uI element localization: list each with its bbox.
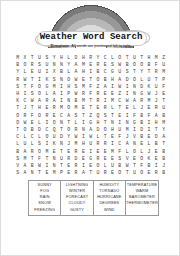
grid-cell: T [87,97,94,104]
grid-cell: E [80,147,87,154]
grid-cell: C [29,133,36,140]
grid-cell: G [87,119,94,126]
grid-cell: O [65,126,72,133]
grid-cell: C [21,97,28,104]
grid-cell: S [36,61,43,68]
grid-cell: O [36,112,43,119]
grid-cell: E [65,162,72,169]
grid-cell: I [21,90,28,97]
grid-cell: A [65,112,72,119]
grid-cell: L [65,54,72,61]
grid-cell: F [131,112,138,119]
grid-cell: U [153,83,160,90]
grid-cell: R [72,126,79,133]
grid-cell: N [29,169,36,176]
grid-cell: I [109,83,116,90]
word-bank-column: HUMIDITYTORNADOHURRICANEDEGREESWIND [93,181,125,215]
grid-cell: J [123,133,130,140]
grid-cell: T [14,104,21,111]
grid-cell: T [14,126,21,133]
grid-cell: F [116,133,123,140]
grid-cell: M [153,54,160,61]
grid-cell: A [131,97,138,104]
grid-cell: E [123,104,130,111]
grid-cell: F [87,83,94,90]
grid-cell: C [43,126,50,133]
grid-cell: I [123,112,130,119]
grid-cell: M [80,83,87,90]
grid-cell: R [72,147,79,154]
grid-cell: Z [87,112,94,119]
grid-cell: C [58,112,65,119]
grid-cell: A [102,83,109,90]
grid-cell: L [14,140,21,147]
grid-cell: R [94,155,101,162]
grid-cell: L [29,140,36,147]
grid-cell: V [123,155,130,162]
grid-cell: W [72,133,79,140]
grid-cell: E [65,147,72,154]
grid-cell: E [87,61,94,68]
grid-cell: O [94,162,101,169]
grid-cell: O [65,104,72,111]
grid-cell: E [109,133,116,140]
grid-cell: L [109,54,116,61]
grid-cell: G [109,68,116,75]
grid-cell: E [102,90,109,97]
grid-cell: H [145,54,152,61]
grid-cell: U [94,169,101,176]
grid-cell: W [29,97,36,104]
grid-cell: O [14,112,21,119]
grid-cell: L [36,119,43,126]
wordsearch-grid: MXTUSYHLDHRYCLOTUTHMZBORSUNNYAMERESWBOOB… [14,54,167,176]
grid-cell: O [21,126,28,133]
grid-cell: R [14,76,21,83]
grid-cell: T [43,155,50,162]
grid-cell: R [65,155,72,162]
grid-cell: I [87,147,94,154]
grid-cell: T [131,162,138,169]
grid-cell: R [138,97,145,104]
grid-cell: M [43,147,50,154]
grid-cell: W [36,162,43,169]
grid-cell: E [94,147,101,154]
grid-cell: J [138,104,145,111]
grid-cell: M [145,97,152,104]
grid-cell: R [94,97,101,104]
grid-cell: L [21,133,28,140]
grid-cell: H [14,90,21,97]
grid-cell: I [58,97,65,104]
grid-cell: M [72,104,79,111]
grid-cell: E [102,155,109,162]
grid-cell: J [153,97,160,104]
grid-cell: E [94,104,101,111]
grid-cell: E [29,119,36,126]
grid-cell: A [123,140,130,147]
grid-cell: E [80,104,87,111]
grid-cell: E [145,133,152,140]
grid-cell: E [160,90,167,97]
grid-cell: D [72,155,79,162]
grid-cell: T [65,119,72,126]
grid-cell: K [145,83,152,90]
grid-cell: B [29,126,36,133]
grid-cell: P [65,90,72,97]
grid-cell: Z [116,90,123,97]
grid-cell: U [145,76,152,83]
grid-cell: T [160,140,167,147]
grid-cell: F [116,147,123,154]
grid-cell: H [80,54,87,61]
grid-cell: E [87,162,94,169]
grid-cell: N [131,83,138,90]
grid-cell: S [14,155,21,162]
grid-cell: T [58,162,65,169]
grid-cell: O [138,155,145,162]
grid-cell: A [21,169,28,176]
grid-cell: I [145,119,152,126]
grid-cell: I [80,133,87,140]
grid-cell: W [145,90,152,97]
grid-cell: O [43,133,50,140]
grid-cell: J [160,162,167,169]
grid-cell: M [123,126,130,133]
grid-cell: O [116,54,123,61]
grid-cell: T [87,104,94,111]
grid-cell: J [21,104,28,111]
grid-cell: H [36,104,43,111]
grid-cell: D [94,126,101,133]
grid-cell: N [123,119,130,126]
grid-cell: R [72,162,79,169]
worksheet-page: Weather Word Search Directions: All word… [0,0,180,256]
grid-cell: B [123,61,130,68]
grid-cell: L [65,68,72,75]
word-bank-word: LIGHTNING [66,184,88,188]
grid-cell: R [153,169,160,176]
directions-text: All words are positioned left to right. [70,44,131,48]
word-bank-column: LIGHTNINGWINTERFORECASTCLOUDYGUSTY [60,181,92,215]
grid-cell: O [36,83,43,90]
grid-cell: U [116,126,123,133]
grid-cell: O [50,119,57,126]
grid-cell: G [87,155,94,162]
word-bank-word: FOG [40,190,49,194]
grid-cell: O [94,76,101,83]
grid-cell: B [160,169,167,176]
grid-cell: O [36,90,43,97]
grid-cell: E [80,155,87,162]
grid-cell: H [109,76,116,83]
grid-cell: M [160,119,167,126]
grid-cell: W [72,90,79,97]
grid-cell: Y [160,126,167,133]
grid-cell: K [43,76,50,83]
word-bank-word: FORECAST [66,196,88,200]
grid-cell: N [65,97,72,104]
grid-cell: I [43,140,50,147]
grid-cell: R [102,169,109,176]
grid-cell: M [50,83,57,90]
grid-cell: S [123,68,130,75]
grid-cell: B [116,162,123,169]
grid-cell: T [58,126,65,133]
grid-cell: O [36,147,43,154]
grid-cell: I [123,90,130,97]
grid-cell: B [160,112,167,119]
grid-cell: L [109,104,116,111]
grid-cell: U [160,104,167,111]
grid-cell: U [131,169,138,176]
grid-cell: S [43,54,50,61]
grid-cell: A [50,97,57,104]
grid-cell: N [58,76,65,83]
grid-cell: E [116,112,123,119]
grid-cell: E [80,76,87,83]
grid-cell: U [160,61,167,68]
grid-cell: O [131,76,138,83]
grid-cell: W [123,162,130,169]
grid-cell: F [145,112,152,119]
grid-cell: I [87,68,94,75]
grid-cell: I [36,76,43,83]
grid-cell: N [58,119,65,126]
grid-cell: Z [94,83,101,90]
grid-cell: U [131,54,138,61]
grid-cell: B [94,68,101,75]
grid-cell: L [43,90,50,97]
grid-cell: E [43,169,50,176]
grid-cell: S [50,76,57,83]
grid-cell: T [123,54,130,61]
grid-cell: I [58,90,65,97]
word-bank-word: SUNNY [38,184,52,188]
grid-cell: W [87,133,94,140]
grid-cell: B [14,61,21,68]
grid-cell: T [153,76,160,83]
grid-cell: R [94,90,101,97]
grid-cell: F [36,155,43,162]
grid-cell: K [14,97,21,104]
grid-cell: N [50,61,57,68]
grid-cell: I [116,119,123,126]
grid-cell: I [43,68,50,75]
grid-cell: F [29,83,36,90]
grid-cell: U [43,61,50,68]
word-bank-word: WARM [136,190,149,194]
grid-cell: W [21,76,28,83]
grid-cell: T [87,169,94,176]
grid-cell: B [145,61,152,68]
word-bank-word: TEMPERATURE [127,184,158,188]
grid-cell: L [138,76,145,83]
grid-cell: H [58,54,65,61]
word-bank-word: FREEZING [34,209,55,213]
grid-cell: A [116,76,123,83]
grid-cell: S [36,140,43,147]
grid-cell: B [14,147,21,154]
grid-cell: U [50,133,57,140]
grid-cell: T [138,54,145,61]
word-bank-word: HUMIDITY [99,184,119,188]
word-bank-word: WINTER [69,190,85,194]
grid-cell: O [65,76,72,83]
grid-cell: P [160,76,167,83]
grid-cell: L [21,68,28,75]
grid-cell: O [131,61,138,68]
grid-cell: U [109,162,116,169]
grid-cell: E [109,90,116,97]
grid-cell: B [145,162,152,169]
word-bank-word: SNOW [38,202,51,206]
grid-cell: Y [14,68,21,75]
grid-cell: L [138,147,145,154]
grid-cell: K [145,155,152,162]
grid-cell: U [87,140,94,147]
grid-cell: T [29,155,36,162]
grid-cell: B [58,68,65,75]
grid-cell: M [21,155,28,162]
grid-cell: U [58,155,65,162]
grid-cell: G [138,90,145,97]
grid-cell: X [21,54,28,61]
word-bank-word: TORNADO [99,190,119,194]
grid-cell: M [109,97,116,104]
grid-cell: S [102,112,109,119]
grid-cell: N [50,162,57,169]
grid-cell: E [131,155,138,162]
grid-cell: F [138,162,145,169]
grid-cell: E [109,169,116,176]
grid-cell: O [14,119,21,126]
grid-cell: T [80,112,87,119]
grid-cell: T [29,104,36,111]
grid-cell: C [102,54,109,61]
grid-cell: S [116,155,123,162]
grid-cell: T [21,83,28,90]
grid-cell: I [153,162,160,169]
grid-cell: N [131,90,138,97]
grid-cell: T [109,112,116,119]
grid-cell: I [145,126,152,133]
grid-cell: J [65,140,72,147]
grid-cell: T [153,126,160,133]
grid-cell: M [14,54,21,61]
grid-cell: S [14,83,21,90]
grid-cell: A [72,61,79,68]
grid-cell: V [131,133,138,140]
grid-cell: S [109,61,116,68]
grid-cell: G [131,119,138,126]
grid-cell: A [72,68,79,75]
grid-cell: E [102,61,109,68]
grid-cell: R [94,61,101,68]
grid-cell: U [116,68,123,75]
grid-cell: K [50,140,57,147]
grid-cell: H [80,140,87,147]
grid-cell: M [80,97,87,104]
word-bank-word: THERMOMETER [126,202,158,206]
grid-cell: D [123,76,130,83]
grid-cell: N [109,119,116,126]
grid-cell: T [102,133,109,140]
grid-cell: U [21,140,28,147]
grid-cell: R [21,112,28,119]
grid-cell: C [102,68,109,75]
grid-cell: B [29,162,36,169]
grid-cell: R [80,90,87,97]
grid-cell: F [87,90,94,97]
word-bank-column: TEMPERATUREWARMBAROMETERTHERMOMETER [125,181,158,215]
grid-cell: D [58,133,65,140]
grid-cell: R [29,61,36,68]
grid-cell: A [21,162,28,169]
grid-cell: M [160,68,167,75]
grid-cell: P [58,169,65,176]
word-bank-column: SUNNYFOGRAINSNOWFREEZING [29,181,60,215]
grid-cell: B [138,119,145,126]
grid-cell: R [29,147,36,154]
grid-cell: E [153,147,160,154]
page-title: Weather Word Search [1,32,180,42]
grid-cell: Y [50,54,57,61]
grid-cell: A [87,126,94,133]
grid-cell: E [153,155,160,162]
grid-cell: J [153,90,160,97]
grid-cell: E [65,169,72,176]
grid-cell: H [80,68,87,75]
grid-cell: D [36,126,43,133]
grid-cell: N [80,126,87,133]
grid-cell: H [65,83,72,90]
grid-cell: D [138,126,145,133]
grid-cell: T [58,147,65,154]
grid-cell: O [116,169,123,176]
grid-cell: F [160,83,167,90]
grid-cell: E [102,147,109,154]
grid-cell: A [21,147,28,154]
grid-cell: W [123,97,130,104]
word-bank-word: DEGREES [99,202,119,206]
grid-cell: O [138,169,145,176]
grid-cell: E [50,112,57,119]
grid-cell: I [43,162,50,169]
grid-cell: V [14,162,21,169]
grid-cell: F [153,61,160,68]
grid-cell: E [43,104,50,111]
grid-cell: E [145,169,152,176]
grid-cell: B [138,133,145,140]
grid-cell: L [131,104,138,111]
grid-cell: R [153,104,160,111]
grid-cell: L [36,133,43,140]
grid-cell: R [50,104,57,111]
word-bank-word: WIND [104,209,115,213]
grid-cell: D [138,83,145,90]
word-bank-table: SUNNYFOGRAINSNOWFREEZINGLIGHTNINGWINTERF… [28,180,159,216]
grid-cell: I [58,83,65,90]
grid-cell: W [21,119,28,126]
grid-cell: B [72,97,79,104]
grid-cell: B [160,155,167,162]
grid-cell: U [36,68,43,75]
grid-cell: B [160,147,167,154]
grid-cell: O [153,133,160,140]
grid-cell: S [72,83,79,90]
grid-cell: I [131,126,138,133]
